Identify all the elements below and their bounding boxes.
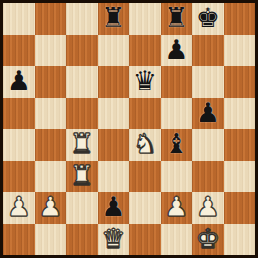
square-g6[interactable] xyxy=(192,66,224,98)
square-a1[interactable] xyxy=(3,224,35,256)
square-d4[interactable] xyxy=(98,129,130,161)
square-c7[interactable] xyxy=(66,35,98,67)
square-g3[interactable] xyxy=(192,161,224,193)
square-a8[interactable] xyxy=(3,3,35,35)
square-d3[interactable] xyxy=(98,161,130,193)
square-f7[interactable]: ♟ xyxy=(161,35,193,67)
square-b8[interactable] xyxy=(35,3,67,35)
square-d1[interactable]: ♛ xyxy=(98,224,130,256)
square-c1[interactable] xyxy=(66,224,98,256)
square-h7[interactable] xyxy=(224,35,256,67)
square-h1[interactable] xyxy=(224,224,256,256)
piece-black-king[interactable]: ♚ xyxy=(196,3,220,34)
square-g7[interactable] xyxy=(192,35,224,67)
square-f2[interactable]: ♟ xyxy=(161,192,193,224)
piece-black-rook[interactable]: ♜ xyxy=(101,3,125,34)
square-b2[interactable]: ♟ xyxy=(35,192,67,224)
square-a7[interactable] xyxy=(3,35,35,67)
square-c4[interactable]: ♜ xyxy=(66,129,98,161)
square-c3[interactable]: ♜ xyxy=(66,161,98,193)
square-d5[interactable] xyxy=(98,98,130,130)
square-c8[interactable] xyxy=(66,3,98,35)
square-b6[interactable] xyxy=(35,66,67,98)
square-e7[interactable] xyxy=(129,35,161,67)
piece-white-pawn[interactable]: ♟ xyxy=(7,192,31,223)
square-d8[interactable]: ♜ xyxy=(98,3,130,35)
square-b3[interactable] xyxy=(35,161,67,193)
square-f5[interactable] xyxy=(161,98,193,130)
piece-white-rook[interactable]: ♜ xyxy=(70,161,94,192)
square-d6[interactable] xyxy=(98,66,130,98)
square-f1[interactable] xyxy=(161,224,193,256)
piece-black-pawn[interactable]: ♟ xyxy=(196,98,220,129)
square-d2[interactable]: ♟ xyxy=(98,192,130,224)
square-b5[interactable] xyxy=(35,98,67,130)
square-g4[interactable] xyxy=(192,129,224,161)
piece-white-rook[interactable]: ♜ xyxy=(70,129,94,160)
square-a2[interactable]: ♟ xyxy=(3,192,35,224)
square-g8[interactable]: ♚ xyxy=(192,3,224,35)
square-c2[interactable] xyxy=(66,192,98,224)
chess-board-frame: ♜♜♚♟♟♛♟♜♞♝♜♟♟♟♟♟♛♚ xyxy=(0,0,258,258)
piece-white-knight[interactable]: ♞ xyxy=(133,129,157,160)
square-e4[interactable]: ♞ xyxy=(129,129,161,161)
square-c6[interactable] xyxy=(66,66,98,98)
square-e3[interactable] xyxy=(129,161,161,193)
square-e8[interactable] xyxy=(129,3,161,35)
square-e6[interactable]: ♛ xyxy=(129,66,161,98)
square-a6[interactable]: ♟ xyxy=(3,66,35,98)
square-e2[interactable] xyxy=(129,192,161,224)
piece-black-pawn[interactable]: ♟ xyxy=(7,66,31,97)
square-h2[interactable] xyxy=(224,192,256,224)
square-b4[interactable] xyxy=(35,129,67,161)
square-f3[interactable] xyxy=(161,161,193,193)
square-h3[interactable] xyxy=(224,161,256,193)
square-f4[interactable]: ♝ xyxy=(161,129,193,161)
piece-white-pawn[interactable]: ♟ xyxy=(196,192,220,223)
piece-black-rook[interactable]: ♜ xyxy=(164,3,188,34)
square-g1[interactable]: ♚ xyxy=(192,224,224,256)
square-a5[interactable] xyxy=(3,98,35,130)
square-c5[interactable] xyxy=(66,98,98,130)
chess-board: ♜♜♚♟♟♛♟♜♞♝♜♟♟♟♟♟♛♚ xyxy=(3,3,255,255)
square-d7[interactable] xyxy=(98,35,130,67)
square-g2[interactable]: ♟ xyxy=(192,192,224,224)
piece-white-pawn[interactable]: ♟ xyxy=(164,192,188,223)
square-f8[interactable]: ♜ xyxy=(161,3,193,35)
square-b7[interactable] xyxy=(35,35,67,67)
square-b1[interactable] xyxy=(35,224,67,256)
piece-black-queen[interactable]: ♛ xyxy=(133,66,157,97)
piece-white-king[interactable]: ♚ xyxy=(196,224,220,255)
square-h6[interactable] xyxy=(224,66,256,98)
piece-black-pawn[interactable]: ♟ xyxy=(101,192,125,223)
piece-black-pawn[interactable]: ♟ xyxy=(164,35,188,66)
square-h8[interactable] xyxy=(224,3,256,35)
piece-white-queen[interactable]: ♛ xyxy=(101,224,125,255)
square-e5[interactable] xyxy=(129,98,161,130)
piece-white-pawn[interactable]: ♟ xyxy=(38,192,62,223)
square-a3[interactable] xyxy=(3,161,35,193)
piece-black-bishop[interactable]: ♝ xyxy=(164,129,188,160)
square-e1[interactable] xyxy=(129,224,161,256)
square-h5[interactable] xyxy=(224,98,256,130)
square-g5[interactable]: ♟ xyxy=(192,98,224,130)
square-a4[interactable] xyxy=(3,129,35,161)
square-f6[interactable] xyxy=(161,66,193,98)
square-h4[interactable] xyxy=(224,129,256,161)
